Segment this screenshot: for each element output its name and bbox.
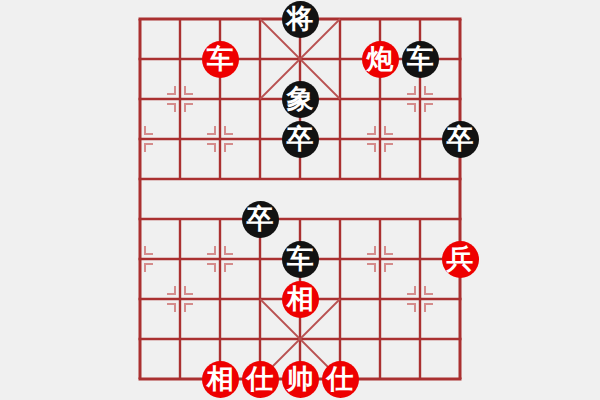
piece-grid: 将车炮车象卒卒卒车兵相相仕帅仕 xyxy=(120,0,480,399)
red-chariot[interactable]: 车 xyxy=(202,41,239,78)
black-soldier[interactable]: 卒 xyxy=(242,201,279,238)
red-advisor[interactable]: 仕 xyxy=(242,361,279,398)
black-chariot[interactable]: 车 xyxy=(402,41,439,78)
xiangqi-board: 将车炮车象卒卒卒车兵相相仕帅仕 xyxy=(0,0,600,400)
black-general[interactable]: 将 xyxy=(282,1,319,38)
black-chariot[interactable]: 车 xyxy=(282,241,319,278)
red-elephant[interactable]: 相 xyxy=(202,361,239,398)
red-cannon[interactable]: 炮 xyxy=(362,41,399,78)
black-soldier[interactable]: 卒 xyxy=(282,121,319,158)
red-elephant[interactable]: 相 xyxy=(282,281,319,318)
black-elephant[interactable]: 象 xyxy=(282,81,319,118)
black-soldier[interactable]: 卒 xyxy=(442,121,479,158)
red-soldier[interactable]: 兵 xyxy=(442,241,479,278)
red-advisor[interactable]: 仕 xyxy=(322,361,359,398)
red-general[interactable]: 帅 xyxy=(282,361,319,398)
